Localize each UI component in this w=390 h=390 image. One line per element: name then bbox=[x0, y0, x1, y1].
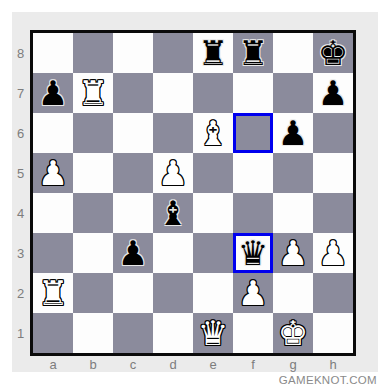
square-f6[interactable] bbox=[233, 113, 273, 153]
square-h7[interactable]: ♟ bbox=[313, 73, 353, 113]
piece-black-bishop: ♝ bbox=[158, 193, 188, 233]
piece-black-rook: ♜ bbox=[238, 33, 268, 73]
piece-white-king: ♚ bbox=[278, 313, 308, 353]
square-g3[interactable]: ♟ bbox=[273, 233, 313, 273]
file-label-e: e bbox=[193, 357, 233, 372]
square-e7[interactable] bbox=[193, 73, 233, 113]
square-g5[interactable] bbox=[273, 153, 313, 193]
piece-black-pawn: ♟ bbox=[278, 113, 308, 153]
board: ♜♜♚♟♜♟♝♟♟♟♝♟♛♟♟♜♟♛♚ bbox=[30, 30, 356, 356]
piece-white-rook: ♜ bbox=[78, 73, 108, 113]
square-e1[interactable]: ♛ bbox=[193, 313, 233, 353]
square-a6[interactable] bbox=[33, 113, 73, 153]
square-g1[interactable]: ♚ bbox=[273, 313, 313, 353]
square-c5[interactable] bbox=[113, 153, 153, 193]
piece-white-queen: ♛ bbox=[198, 313, 228, 353]
square-c2[interactable] bbox=[113, 273, 153, 313]
piece-black-pawn: ♟ bbox=[38, 73, 68, 113]
square-d3[interactable] bbox=[153, 233, 193, 273]
file-label-d: d bbox=[153, 357, 193, 372]
square-h4[interactable] bbox=[313, 193, 353, 233]
piece-black-pawn: ♟ bbox=[318, 73, 348, 113]
square-f2[interactable]: ♟ bbox=[233, 273, 273, 313]
square-g8[interactable] bbox=[273, 33, 313, 73]
square-e6[interactable]: ♝ bbox=[193, 113, 233, 153]
piece-black-queen: ♛ bbox=[238, 233, 268, 273]
piece-black-rook: ♜ bbox=[198, 33, 228, 73]
square-b6[interactable] bbox=[73, 113, 113, 153]
rank-label-2: 2 bbox=[12, 273, 29, 313]
square-e3[interactable] bbox=[193, 233, 233, 273]
square-b7[interactable]: ♜ bbox=[73, 73, 113, 113]
rank-label-7: 7 bbox=[12, 73, 29, 113]
file-label-h: h bbox=[313, 357, 353, 372]
square-g6[interactable]: ♟ bbox=[273, 113, 313, 153]
square-g2[interactable] bbox=[273, 273, 313, 313]
piece-black-pawn: ♟ bbox=[118, 233, 148, 273]
square-f8[interactable]: ♜ bbox=[233, 33, 273, 73]
square-a5[interactable]: ♟ bbox=[33, 153, 73, 193]
square-d7[interactable] bbox=[153, 73, 193, 113]
square-f7[interactable] bbox=[233, 73, 273, 113]
square-d5[interactable]: ♟ bbox=[153, 153, 193, 193]
square-d4[interactable]: ♝ bbox=[153, 193, 193, 233]
square-f3[interactable]: ♛ bbox=[233, 233, 273, 273]
square-b8[interactable] bbox=[73, 33, 113, 73]
square-c3[interactable]: ♟ bbox=[113, 233, 153, 273]
piece-white-pawn: ♟ bbox=[278, 233, 308, 273]
square-h2[interactable] bbox=[313, 273, 353, 313]
square-e4[interactable] bbox=[193, 193, 233, 233]
square-f5[interactable] bbox=[233, 153, 273, 193]
rank-label-3: 3 bbox=[12, 233, 29, 273]
square-f1[interactable] bbox=[233, 313, 273, 353]
rank-label-4: 4 bbox=[12, 193, 29, 233]
piece-white-rook: ♜ bbox=[38, 273, 68, 313]
square-d6[interactable] bbox=[153, 113, 193, 153]
square-e5[interactable] bbox=[193, 153, 233, 193]
square-h5[interactable] bbox=[313, 153, 353, 193]
square-d2[interactable] bbox=[153, 273, 193, 313]
file-label-a: a bbox=[33, 357, 73, 372]
square-d1[interactable] bbox=[153, 313, 193, 353]
piece-black-king: ♚ bbox=[318, 33, 348, 73]
square-h3[interactable]: ♟ bbox=[313, 233, 353, 273]
square-h6[interactable] bbox=[313, 113, 353, 153]
square-a4[interactable] bbox=[33, 193, 73, 233]
square-a2[interactable]: ♜ bbox=[33, 273, 73, 313]
square-c4[interactable] bbox=[113, 193, 153, 233]
rank-label-8: 8 bbox=[12, 33, 29, 73]
square-c7[interactable] bbox=[113, 73, 153, 113]
square-g7[interactable] bbox=[273, 73, 313, 113]
piece-white-pawn: ♟ bbox=[238, 273, 268, 313]
square-a8[interactable] bbox=[33, 33, 73, 73]
piece-white-bishop: ♝ bbox=[198, 113, 228, 153]
square-b1[interactable] bbox=[73, 313, 113, 353]
file-labels: abcdefgh bbox=[33, 357, 353, 372]
file-label-f: f bbox=[233, 357, 273, 372]
square-a3[interactable] bbox=[33, 233, 73, 273]
page: 87654321 ♜♜♚♟♜♟♝♟♟♟♝♟♛♟♟♜♟♛♚ abcdefgh GA… bbox=[0, 0, 390, 390]
square-c6[interactable] bbox=[113, 113, 153, 153]
square-f4[interactable] bbox=[233, 193, 273, 233]
square-d8[interactable] bbox=[153, 33, 193, 73]
rank-label-1: 1 bbox=[12, 313, 29, 353]
square-a7[interactable]: ♟ bbox=[33, 73, 73, 113]
square-h8[interactable]: ♚ bbox=[313, 33, 353, 73]
square-e2[interactable] bbox=[193, 273, 233, 313]
square-b3[interactable] bbox=[73, 233, 113, 273]
piece-white-pawn: ♟ bbox=[38, 153, 68, 193]
rank-label-6: 6 bbox=[12, 113, 29, 153]
square-a1[interactable] bbox=[33, 313, 73, 353]
piece-white-pawn: ♟ bbox=[158, 153, 188, 193]
file-label-b: b bbox=[73, 357, 113, 372]
square-g4[interactable] bbox=[273, 193, 313, 233]
square-e8[interactable]: ♜ bbox=[193, 33, 233, 73]
rank-labels: 87654321 bbox=[12, 33, 29, 353]
rank-label-5: 5 bbox=[12, 153, 29, 193]
square-h1[interactable] bbox=[313, 313, 353, 353]
square-b4[interactable] bbox=[73, 193, 113, 233]
square-b2[interactable] bbox=[73, 273, 113, 313]
gameknot-watermark: GAMEKNOT.COM bbox=[279, 374, 377, 386]
square-b5[interactable] bbox=[73, 153, 113, 193]
square-c1[interactable] bbox=[113, 313, 153, 353]
piece-white-pawn: ♟ bbox=[318, 233, 348, 273]
square-c8[interactable] bbox=[113, 33, 153, 73]
file-label-g: g bbox=[273, 357, 313, 372]
file-label-c: c bbox=[113, 357, 153, 372]
